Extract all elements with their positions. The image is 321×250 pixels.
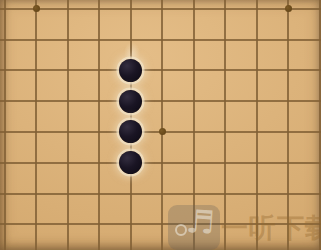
grid-vertical-line	[98, 0, 100, 250]
grid-horizontal-line	[0, 100, 321, 102]
star-point	[285, 5, 292, 12]
grid-vertical-line	[67, 0, 69, 250]
black-stone	[119, 59, 142, 82]
grid-horizontal-line	[0, 39, 321, 41]
go-board[interactable]: ♬ 一听下载	[0, 0, 321, 250]
black-stone	[119, 90, 142, 113]
yiting-watermark-badge: ♬	[168, 205, 220, 250]
grid-vertical-line	[4, 0, 6, 250]
grid-horizontal-line	[0, 193, 321, 195]
grid-vertical-line	[161, 0, 163, 250]
grid-horizontal-line	[0, 162, 321, 164]
star-point	[33, 5, 40, 12]
grid-vertical-line	[35, 0, 37, 250]
black-stone	[119, 120, 142, 143]
black-stone	[119, 151, 142, 174]
star-point	[159, 128, 166, 135]
music-note-icon: ♬	[185, 205, 216, 239]
grid-horizontal-line	[0, 69, 321, 71]
grid-horizontal-line	[0, 8, 321, 10]
watermark-text: 一听下载	[221, 210, 321, 246]
